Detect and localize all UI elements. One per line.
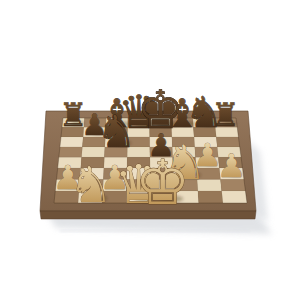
square-h1: [222, 191, 247, 203]
chess-board-scene: ♜♝♛♚♝♞♜♟♞♟♟♞♟♟♟♞♛♚: [0, 0, 300, 300]
piece-white-knight-b1: ♞: [68, 156, 112, 214]
chessboard-product-photo: ♜♝♛♚♝♞♜♟♞♟♟♞♟♟♟♞♛♚: [0, 0, 300, 300]
table-edge-line: [60, 230, 250, 232]
square-a6: [60, 137, 83, 147]
piece-white-pawn-h3: ♟: [217, 147, 246, 185]
piece-white-king-e1: ♚: [135, 147, 190, 218]
piece-black-rook-h8: ♜: [211, 96, 240, 134]
piece-black-knight-c6: ♞: [96, 106, 136, 157]
square-g1: [198, 191, 223, 203]
